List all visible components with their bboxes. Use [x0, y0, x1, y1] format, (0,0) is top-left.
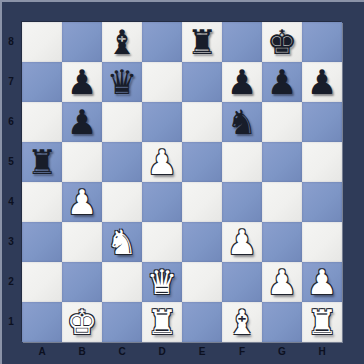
square-b5[interactable] [62, 142, 102, 182]
square-c7[interactable]: ♛ [102, 62, 142, 102]
square-h5[interactable] [302, 142, 342, 182]
piece-white-king: ♚ [67, 302, 97, 342]
square-b8[interactable] [62, 22, 102, 62]
rank-labels: 87654321 [0, 22, 22, 342]
rank-label-2: 2 [0, 262, 22, 302]
square-d4[interactable] [142, 182, 182, 222]
square-b4[interactable]: ♟ [62, 182, 102, 222]
square-g6[interactable] [262, 102, 302, 142]
square-h8[interactable] [302, 22, 342, 62]
square-g5[interactable] [262, 142, 302, 182]
square-d8[interactable] [142, 22, 182, 62]
square-g7[interactable]: ♟ [262, 62, 302, 102]
file-label-b: B [62, 342, 102, 364]
piece-black-king: ♚ [267, 22, 297, 62]
piece-white-rook: ♜ [147, 302, 177, 342]
piece-white-pawn: ♟ [267, 262, 297, 302]
square-d6[interactable] [142, 102, 182, 142]
square-a5[interactable]: ♜ [22, 142, 62, 182]
square-b3[interactable] [62, 222, 102, 262]
square-b1[interactable]: ♚ [62, 302, 102, 342]
square-e3[interactable] [182, 222, 222, 262]
square-c3[interactable]: ♞ [102, 222, 142, 262]
square-g2[interactable]: ♟ [262, 262, 302, 302]
square-h6[interactable] [302, 102, 342, 142]
square-f3[interactable]: ♟ [222, 222, 262, 262]
piece-black-bishop: ♝ [107, 22, 137, 62]
rank-label-8: 8 [0, 22, 22, 62]
square-g3[interactable] [262, 222, 302, 262]
square-c2[interactable] [102, 262, 142, 302]
chess-board: ♝♜♚♟♛♟♟♟♟♞♜♟♟♞♟♛♟♟♚♜♝♜ [22, 22, 342, 342]
rank-label-6: 6 [0, 102, 22, 142]
piece-white-pawn: ♟ [67, 182, 97, 222]
file-label-e: E [182, 342, 222, 364]
square-f5[interactable] [222, 142, 262, 182]
square-e4[interactable] [182, 182, 222, 222]
rank-label-5: 5 [0, 142, 22, 182]
square-b6[interactable]: ♟ [62, 102, 102, 142]
piece-black-pawn: ♟ [307, 62, 337, 102]
square-a8[interactable] [22, 22, 62, 62]
square-c1[interactable] [102, 302, 142, 342]
piece-black-pawn: ♟ [227, 62, 257, 102]
file-labels: ABCDEFGH [22, 342, 342, 364]
square-c6[interactable] [102, 102, 142, 142]
square-f6[interactable]: ♞ [222, 102, 262, 142]
square-d1[interactable]: ♜ [142, 302, 182, 342]
piece-white-pawn: ♟ [147, 142, 177, 182]
square-e8[interactable]: ♜ [182, 22, 222, 62]
square-d3[interactable] [142, 222, 182, 262]
chess-board-frame: 87654321 ♝♜♚♟♛♟♟♟♟♞♜♟♟♞♟♛♟♟♚♜♝♜ ABCDEFGH [0, 0, 364, 364]
square-a6[interactable] [22, 102, 62, 142]
square-h2[interactable]: ♟ [302, 262, 342, 302]
square-h7[interactable]: ♟ [302, 62, 342, 102]
piece-white-pawn: ♟ [307, 262, 337, 302]
square-c5[interactable] [102, 142, 142, 182]
square-d5[interactable]: ♟ [142, 142, 182, 182]
square-b7[interactable]: ♟ [62, 62, 102, 102]
square-g1[interactable] [262, 302, 302, 342]
file-label-c: C [102, 342, 142, 364]
piece-white-bishop: ♝ [227, 302, 257, 342]
piece-black-pawn: ♟ [267, 62, 297, 102]
file-label-f: F [222, 342, 262, 364]
square-e6[interactable] [182, 102, 222, 142]
piece-white-knight: ♞ [107, 222, 137, 262]
piece-black-knight: ♞ [227, 102, 257, 142]
square-f4[interactable] [222, 182, 262, 222]
square-c8[interactable]: ♝ [102, 22, 142, 62]
square-c4[interactable] [102, 182, 142, 222]
square-e7[interactable] [182, 62, 222, 102]
square-g4[interactable] [262, 182, 302, 222]
file-label-h: H [302, 342, 342, 364]
square-h4[interactable] [302, 182, 342, 222]
file-label-d: D [142, 342, 182, 364]
piece-white-pawn: ♟ [227, 222, 257, 262]
square-f8[interactable] [222, 22, 262, 62]
square-f1[interactable]: ♝ [222, 302, 262, 342]
piece-white-rook: ♜ [307, 302, 337, 342]
square-e1[interactable] [182, 302, 222, 342]
square-e2[interactable] [182, 262, 222, 302]
rank-label-3: 3 [0, 222, 22, 262]
square-a3[interactable] [22, 222, 62, 262]
piece-black-rook: ♜ [187, 22, 217, 62]
square-h1[interactable]: ♜ [302, 302, 342, 342]
square-a4[interactable] [22, 182, 62, 222]
square-d7[interactable] [142, 62, 182, 102]
square-d2[interactable]: ♛ [142, 262, 182, 302]
file-label-g: G [262, 342, 302, 364]
square-f7[interactable]: ♟ [222, 62, 262, 102]
square-a7[interactable] [22, 62, 62, 102]
square-b2[interactable] [62, 262, 102, 302]
rank-label-1: 1 [0, 302, 22, 342]
square-h3[interactable] [302, 222, 342, 262]
square-e5[interactable] [182, 142, 222, 182]
piece-black-queen: ♛ [107, 62, 137, 102]
piece-black-pawn: ♟ [67, 62, 97, 102]
piece-black-pawn: ♟ [67, 102, 97, 142]
square-f2[interactable] [222, 262, 262, 302]
square-g8[interactable]: ♚ [262, 22, 302, 62]
rank-label-7: 7 [0, 62, 22, 102]
square-a1[interactable] [22, 302, 62, 342]
piece-black-rook: ♜ [27, 142, 57, 182]
rank-label-4: 4 [0, 182, 22, 222]
file-label-a: A [22, 342, 62, 364]
piece-white-queen: ♛ [147, 262, 177, 302]
square-a2[interactable] [22, 262, 62, 302]
